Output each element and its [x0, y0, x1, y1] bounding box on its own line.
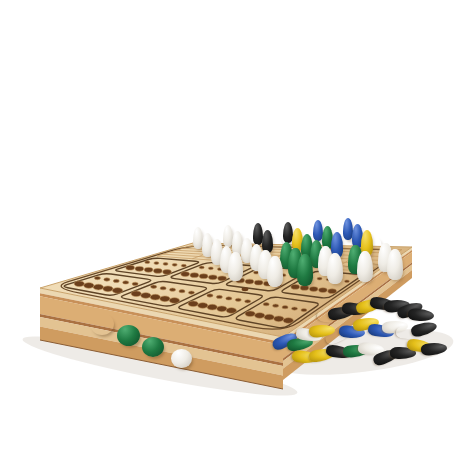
- rail-peg-green[interactable]: [142, 337, 164, 357]
- rail-peg-white[interactable]: [171, 349, 192, 368]
- pile-peg-black[interactable]: [410, 320, 438, 338]
- storage-peg-white[interactable]: [387, 249, 402, 280]
- storage-peg-white[interactable]: [357, 251, 372, 282]
- storage-peg-green[interactable]: [297, 254, 312, 285]
- pile-peg-black[interactable]: [408, 308, 435, 322]
- rail-peg-red[interactable]: [90, 313, 114, 335]
- pile-peg-black[interactable]: [421, 342, 448, 356]
- storage-peg-white[interactable]: [327, 253, 342, 284]
- storage-peg-white[interactable]: [267, 256, 282, 287]
- product-photo-stage: [0, 0, 458, 458]
- rail-peg-green[interactable]: [117, 325, 140, 346]
- pegs-layer: [0, 0, 458, 458]
- storage-peg-white[interactable]: [228, 252, 242, 281]
